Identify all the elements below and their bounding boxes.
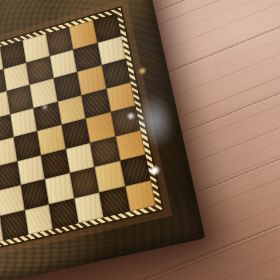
square-r8c8 — [125, 180, 156, 212]
board-squares-grid — [0, 13, 156, 251]
photo-scene — [0, 0, 280, 280]
board-inlay-border — [0, 8, 162, 258]
glare-dot-icon — [137, 66, 148, 77]
square-r8c3 — [0, 210, 28, 241]
